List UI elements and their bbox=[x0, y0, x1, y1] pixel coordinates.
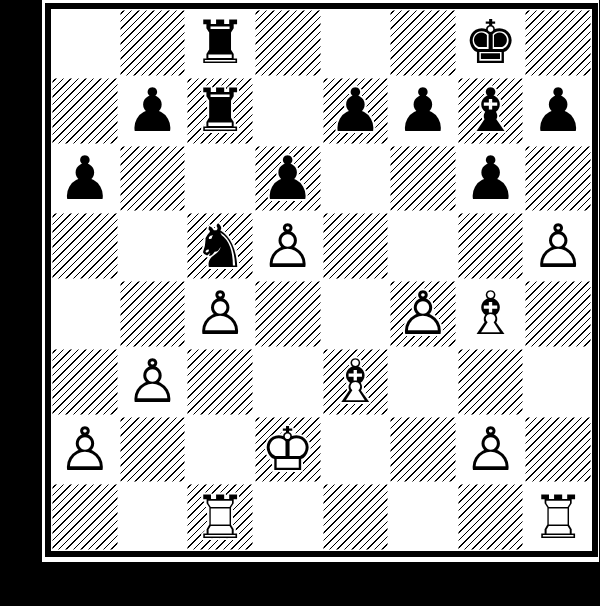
square-h2[interactable] bbox=[524, 416, 592, 484]
square-f2[interactable] bbox=[389, 416, 457, 484]
square-b1[interactable] bbox=[119, 483, 187, 551]
square-h8[interactable] bbox=[524, 9, 592, 77]
white-rook-icon: ♖ bbox=[193, 484, 247, 551]
square-e8[interactable] bbox=[322, 9, 390, 77]
square-c8[interactable]: ♜ bbox=[186, 9, 254, 77]
square-g1[interactable] bbox=[457, 483, 525, 551]
square-c1[interactable]: ♜♖ bbox=[186, 483, 254, 551]
piece-black-pawn[interactable]: ♟ bbox=[389, 77, 457, 145]
square-b6[interactable] bbox=[119, 145, 187, 213]
square-b4[interactable] bbox=[119, 280, 187, 348]
square-a6[interactable]: ♟ bbox=[51, 145, 119, 213]
chess-diagram: ♜♚♟♜♟♟♝♟♟♟♟♞♟♙♟♙♟♙♟♙♝♗♟♙♝♗♟♙♚♔♟♙♜♖♜♖ bbox=[42, 0, 599, 562]
piece-black-pawn[interactable]: ♟ bbox=[322, 77, 390, 145]
square-d7[interactable] bbox=[254, 77, 322, 145]
square-g7[interactable]: ♝ bbox=[457, 77, 525, 145]
square-f1[interactable] bbox=[389, 483, 457, 551]
screenshot-background: ♜♚♟♜♟♟♝♟♟♟♟♞♟♙♟♙♟♙♟♙♝♗♟♙♝♗♟♙♚♔♟♙♜♖♜♖ bbox=[0, 0, 600, 606]
square-e3[interactable]: ♝♗ bbox=[322, 348, 390, 416]
piece-black-king[interactable]: ♚ bbox=[457, 9, 525, 77]
square-f7[interactable]: ♟ bbox=[389, 77, 457, 145]
piece-black-pawn[interactable]: ♟ bbox=[51, 145, 119, 213]
white-pawn-icon: ♙ bbox=[261, 213, 315, 280]
black-pawn-icon: ♟ bbox=[531, 77, 585, 144]
square-f4[interactable]: ♟♙ bbox=[389, 280, 457, 348]
piece-white-pawn[interactable]: ♟♙ bbox=[389, 280, 457, 348]
black-pawn-icon: ♟ bbox=[464, 145, 518, 212]
piece-white-rook[interactable]: ♜♖ bbox=[186, 483, 254, 551]
piece-white-pawn[interactable]: ♟♙ bbox=[524, 212, 592, 280]
white-king-icon: ♔ bbox=[261, 416, 315, 483]
square-e2[interactable] bbox=[322, 416, 390, 484]
square-c5[interactable]: ♞ bbox=[186, 212, 254, 280]
square-g3[interactable] bbox=[457, 348, 525, 416]
square-g6[interactable]: ♟ bbox=[457, 145, 525, 213]
piece-white-pawn[interactable]: ♟♙ bbox=[119, 348, 187, 416]
piece-white-pawn[interactable]: ♟♙ bbox=[457, 416, 525, 484]
black-knight-icon: ♞ bbox=[193, 213, 247, 280]
square-h4[interactable] bbox=[524, 280, 592, 348]
square-f6[interactable] bbox=[389, 145, 457, 213]
square-h7[interactable]: ♟ bbox=[524, 77, 592, 145]
piece-black-bishop[interactable]: ♝ bbox=[457, 77, 525, 145]
piece-black-pawn[interactable]: ♟ bbox=[524, 77, 592, 145]
square-b8[interactable] bbox=[119, 9, 187, 77]
square-c7[interactable]: ♜ bbox=[186, 77, 254, 145]
square-d3[interactable] bbox=[254, 348, 322, 416]
piece-white-pawn[interactable]: ♟♙ bbox=[51, 416, 119, 484]
black-pawn-icon: ♟ bbox=[126, 77, 180, 144]
square-d6[interactable]: ♟ bbox=[254, 145, 322, 213]
piece-white-pawn[interactable]: ♟♙ bbox=[186, 280, 254, 348]
piece-white-bishop[interactable]: ♝♗ bbox=[457, 280, 525, 348]
square-f5[interactable] bbox=[389, 212, 457, 280]
square-c2[interactable] bbox=[186, 416, 254, 484]
black-king-icon: ♚ bbox=[464, 9, 518, 76]
square-a5[interactable] bbox=[51, 212, 119, 280]
piece-black-pawn[interactable]: ♟ bbox=[457, 145, 525, 213]
white-pawn-icon: ♙ bbox=[396, 280, 450, 347]
square-g2[interactable]: ♟♙ bbox=[457, 416, 525, 484]
black-bishop-icon: ♝ bbox=[464, 77, 518, 144]
square-b2[interactable] bbox=[119, 416, 187, 484]
square-a7[interactable] bbox=[51, 77, 119, 145]
square-b3[interactable]: ♟♙ bbox=[119, 348, 187, 416]
piece-white-pawn[interactable]: ♟♙ bbox=[254, 212, 322, 280]
square-d4[interactable] bbox=[254, 280, 322, 348]
square-b7[interactable]: ♟ bbox=[119, 77, 187, 145]
square-g5[interactable] bbox=[457, 212, 525, 280]
white-bishop-icon: ♗ bbox=[464, 280, 518, 347]
white-pawn-icon: ♙ bbox=[126, 348, 180, 415]
black-rook-icon: ♜ bbox=[193, 9, 247, 76]
board-frame: ♜♚♟♜♟♟♝♟♟♟♟♞♟♙♟♙♟♙♟♙♝♗♟♙♝♗♟♙♚♔♟♙♜♖♜♖ bbox=[45, 3, 598, 557]
square-a3[interactable] bbox=[51, 348, 119, 416]
square-g8[interactable]: ♚ bbox=[457, 9, 525, 77]
square-c3[interactable] bbox=[186, 348, 254, 416]
square-d5[interactable]: ♟♙ bbox=[254, 212, 322, 280]
black-pawn-icon: ♟ bbox=[396, 77, 450, 144]
piece-black-pawn[interactable]: ♟ bbox=[254, 145, 322, 213]
white-pawn-icon: ♙ bbox=[531, 213, 585, 280]
square-h5[interactable]: ♟♙ bbox=[524, 212, 592, 280]
black-pawn-icon: ♟ bbox=[328, 77, 382, 144]
piece-black-rook[interactable]: ♜ bbox=[186, 9, 254, 77]
square-a8[interactable] bbox=[51, 9, 119, 77]
piece-white-bishop[interactable]: ♝♗ bbox=[322, 348, 390, 416]
black-pawn-icon: ♟ bbox=[261, 145, 315, 212]
white-pawn-icon: ♙ bbox=[58, 416, 112, 483]
square-f3[interactable] bbox=[389, 348, 457, 416]
square-d2[interactable]: ♚♔ bbox=[254, 416, 322, 484]
chess-board[interactable]: ♜♚♟♜♟♟♝♟♟♟♟♞♟♙♟♙♟♙♟♙♝♗♟♙♝♗♟♙♚♔♟♙♜♖♜♖ bbox=[51, 9, 592, 551]
square-e6[interactable] bbox=[322, 145, 390, 213]
square-c6[interactable] bbox=[186, 145, 254, 213]
white-pawn-icon: ♙ bbox=[193, 280, 247, 347]
white-rook-icon: ♖ bbox=[531, 484, 585, 551]
square-e4[interactable] bbox=[322, 280, 390, 348]
white-bishop-icon: ♗ bbox=[328, 348, 382, 415]
square-h6[interactable] bbox=[524, 145, 592, 213]
piece-black-pawn[interactable]: ♟ bbox=[119, 77, 187, 145]
square-c4[interactable]: ♟♙ bbox=[186, 280, 254, 348]
black-rook-icon: ♜ bbox=[193, 77, 247, 144]
square-e5[interactable] bbox=[322, 212, 390, 280]
white-pawn-icon: ♙ bbox=[464, 416, 518, 483]
square-a4[interactable] bbox=[51, 280, 119, 348]
piece-white-king[interactable]: ♚♔ bbox=[254, 416, 322, 484]
piece-black-rook[interactable]: ♜ bbox=[186, 77, 254, 145]
square-h1[interactable]: ♜♖ bbox=[524, 483, 592, 551]
square-e7[interactable]: ♟ bbox=[322, 77, 390, 145]
square-a1[interactable] bbox=[51, 483, 119, 551]
piece-white-rook[interactable]: ♜♖ bbox=[524, 483, 592, 551]
square-d1[interactable] bbox=[254, 483, 322, 551]
square-a2[interactable]: ♟♙ bbox=[51, 416, 119, 484]
square-e1[interactable] bbox=[322, 483, 390, 551]
square-f8[interactable] bbox=[389, 9, 457, 77]
black-pawn-icon: ♟ bbox=[58, 145, 112, 212]
square-h3[interactable] bbox=[524, 348, 592, 416]
square-b5[interactable] bbox=[119, 212, 187, 280]
square-d8[interactable] bbox=[254, 9, 322, 77]
piece-black-knight[interactable]: ♞ bbox=[186, 212, 254, 280]
square-g4[interactable]: ♝♗ bbox=[457, 280, 525, 348]
